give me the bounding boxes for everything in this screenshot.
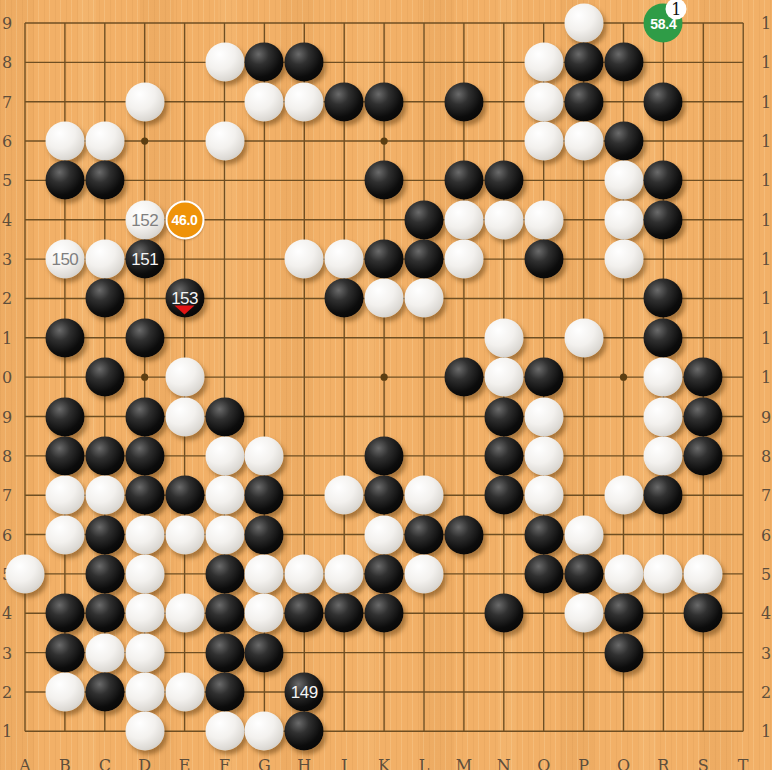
stone-white (125, 633, 164, 672)
stone-black (245, 515, 284, 554)
stone-white (564, 122, 603, 161)
stone-black (285, 594, 324, 633)
stone-black: 153 (165, 279, 204, 318)
stone-white (684, 554, 723, 593)
stone-white (604, 240, 643, 279)
coord-label-bottom: A (19, 756, 31, 770)
coord-label-bottom: H (297, 756, 311, 770)
coord-label-right: 2 (761, 682, 771, 701)
stone-white (45, 515, 84, 554)
ai-suggestion-marker[interactable]: 46.0 (165, 200, 204, 239)
stone-black (365, 594, 404, 633)
stone-black (444, 161, 483, 200)
stone-black (484, 397, 523, 436)
stone-white (644, 554, 683, 593)
stone-white (85, 476, 124, 515)
stone-black (684, 436, 723, 475)
stone-white (644, 358, 683, 397)
stone-black (644, 279, 683, 318)
stone-black (405, 240, 444, 279)
stone-white (444, 200, 483, 239)
stone-black (644, 476, 683, 515)
stone-black (365, 554, 404, 593)
coord-label-bottom: Q (617, 756, 630, 770)
stone-white (205, 476, 244, 515)
stone-white (604, 554, 643, 593)
stone-black (205, 633, 244, 672)
stone-black (524, 240, 563, 279)
stone-black (365, 436, 404, 475)
stone-white (524, 82, 563, 121)
stone-white (405, 476, 444, 515)
coord-label-left: 9 (2, 407, 12, 426)
stone-white (564, 515, 603, 554)
stone-white (205, 122, 244, 161)
stone-black (325, 594, 364, 633)
stone-white (644, 436, 683, 475)
coord-label-bottom: D (138, 756, 151, 770)
stone-black (365, 82, 404, 121)
coord-label-right: 1 (761, 210, 771, 229)
coord-label-right: 1 (761, 289, 771, 308)
star-point (381, 374, 388, 381)
coord-label-left: 6 (2, 132, 12, 151)
coord-label-left: 8 (2, 446, 12, 465)
coord-label-bottom: T (738, 756, 749, 770)
move-number-label: 153 (171, 290, 198, 307)
stone-white (524, 43, 563, 82)
stone-white (365, 279, 404, 318)
stone-white (285, 82, 324, 121)
stone-white (85, 633, 124, 672)
stone-black (85, 554, 124, 593)
stone-black (45, 633, 84, 672)
stone-white (205, 712, 244, 751)
stone-white (524, 476, 563, 515)
stone-white (125, 712, 164, 751)
stone-white (125, 554, 164, 593)
stone-black (45, 161, 84, 200)
stone-black (85, 279, 124, 318)
stone-black (85, 161, 124, 200)
stone-white (564, 594, 603, 633)
stone-white (524, 122, 563, 161)
stone-black (644, 161, 683, 200)
coord-label-right: 1 (761, 92, 771, 111)
coord-label-bottom: E (179, 756, 191, 770)
stone-white: 150 (45, 240, 84, 279)
move-number-label: 152 (131, 211, 158, 228)
stone-white (165, 672, 204, 711)
stone-black (484, 594, 523, 633)
coord-label-right: 7 (761, 486, 771, 505)
coord-label-left: 1 (2, 328, 12, 347)
stone-white (564, 318, 603, 357)
stone-white (245, 554, 284, 593)
coord-label-right: 1 (761, 250, 771, 269)
stone-black (365, 240, 404, 279)
stone-black (85, 436, 124, 475)
stone-white (85, 240, 124, 279)
stone-white (45, 476, 84, 515)
stone-black (245, 633, 284, 672)
coord-label-left: 4 (2, 210, 12, 229)
coord-label-right: 5 (761, 564, 771, 583)
stone-black (604, 122, 643, 161)
coord-label-bottom: O (537, 756, 550, 770)
coord-label-right: 8 (761, 446, 771, 465)
coord-label-bottom: J (341, 756, 347, 770)
star-point (141, 374, 148, 381)
stone-white (604, 161, 643, 200)
coord-label-right: 3 (761, 643, 771, 662)
stone-white (405, 279, 444, 318)
stone-black (205, 397, 244, 436)
coord-label-left: 7 (2, 92, 12, 111)
stone-white (245, 594, 284, 633)
stone-black (684, 594, 723, 633)
stone-white (85, 122, 124, 161)
stone-black (524, 554, 563, 593)
stone-black: 151 (125, 240, 164, 279)
stone-black (524, 515, 563, 554)
coord-label-left: 3 (2, 643, 12, 662)
stone-black (205, 672, 244, 711)
coord-label-left: 6 (2, 525, 12, 544)
stone-white (444, 240, 483, 279)
stone-white (604, 476, 643, 515)
stone-white (325, 240, 364, 279)
stone-white (165, 515, 204, 554)
stone-black (444, 358, 483, 397)
stone-white (524, 200, 563, 239)
stone-white (205, 436, 244, 475)
coord-label-right: 1 (761, 14, 771, 33)
stone-white (205, 515, 244, 554)
coord-label-left: 2 (2, 289, 12, 308)
coord-label-right: 1 (761, 53, 771, 72)
star-point (381, 137, 388, 144)
stone-black (45, 436, 84, 475)
stone-white (604, 200, 643, 239)
coord-label-bottom: R (657, 756, 669, 770)
stone-white (644, 397, 683, 436)
stone-white (365, 515, 404, 554)
coord-label-right: 4 (761, 604, 771, 623)
coord-label-right: 1 (761, 722, 771, 741)
stone-white (524, 397, 563, 436)
stone-white (125, 594, 164, 633)
stone-black (405, 200, 444, 239)
stone-black (325, 82, 364, 121)
coord-label-left: 1 (2, 722, 12, 741)
coord-label-bottom: L (419, 756, 430, 770)
stone-black (365, 161, 404, 200)
coord-label-left: 5 (2, 171, 12, 190)
stone-black (285, 43, 324, 82)
star-point (141, 137, 148, 144)
stone-white (125, 515, 164, 554)
stone-black (684, 397, 723, 436)
stone-black (85, 515, 124, 554)
stone-black: 149 (285, 672, 324, 711)
star-point (620, 374, 627, 381)
stone-white (524, 436, 563, 475)
stone-white (405, 554, 444, 593)
stone-white (285, 240, 324, 279)
coord-label-left: 9 (2, 14, 12, 33)
stone-white (325, 476, 364, 515)
stone-black (285, 712, 324, 751)
coord-label-right: 9 (761, 407, 771, 426)
stone-black (205, 594, 244, 633)
stone-white (484, 200, 523, 239)
coord-label-bottom: N (497, 756, 511, 770)
stone-black (444, 82, 483, 121)
coord-label-bottom: C (99, 756, 111, 770)
stone-white (125, 672, 164, 711)
coord-label-right: 1 (761, 132, 771, 151)
stone-black (564, 82, 603, 121)
stone-white (245, 712, 284, 751)
stone-white (45, 122, 84, 161)
stone-black (125, 476, 164, 515)
coord-label-right: 1 (761, 328, 771, 347)
stone-white (564, 4, 603, 43)
coord-label-bottom: M (456, 756, 472, 770)
stone-black (644, 82, 683, 121)
coord-label-bottom: F (219, 756, 230, 770)
stone-black (45, 318, 84, 357)
stone-white: 152 (125, 200, 164, 239)
coord-label-left: 2 (2, 682, 12, 701)
stone-black (604, 43, 643, 82)
coord-label-left: 7 (2, 486, 12, 505)
stone-black (245, 43, 284, 82)
stone-black (85, 358, 124, 397)
coord-label-bottom: K (378, 756, 390, 770)
stone-black (604, 594, 643, 633)
stone-black (125, 436, 164, 475)
stone-black (325, 279, 364, 318)
stone-white (245, 436, 284, 475)
stone-white (165, 594, 204, 633)
move-number-label: 149 (291, 683, 318, 700)
stone-white (45, 672, 84, 711)
stone-black (205, 554, 244, 593)
stone-white (205, 43, 244, 82)
stone-black (125, 397, 164, 436)
stone-black (604, 633, 643, 672)
stone-black (484, 161, 523, 200)
stone-white (125, 82, 164, 121)
stone-black (564, 554, 603, 593)
move-number-label: 151 (131, 251, 158, 268)
stone-white (285, 554, 324, 593)
stone-black (644, 318, 683, 357)
stone-black (165, 476, 204, 515)
stone-black (644, 200, 683, 239)
stone-black (484, 436, 523, 475)
stone-black (365, 476, 404, 515)
stone-black (484, 476, 523, 515)
stone-white (484, 318, 523, 357)
coord-label-right: 1 (761, 368, 771, 387)
stone-black (85, 672, 124, 711)
coord-label-bottom: G (258, 756, 271, 770)
coord-label-bottom: B (59, 756, 71, 770)
coord-label-bottom: S (698, 756, 709, 770)
go-board[interactable]: ABCDEFGHJKLMNOPQRST987654321098765432111… (0, 0, 772, 770)
stone-black (45, 397, 84, 436)
move-number-label: 150 (51, 251, 78, 268)
stone-white (325, 554, 364, 593)
stone-black (684, 358, 723, 397)
stone-white (165, 358, 204, 397)
stone-white (165, 397, 204, 436)
stone-black (405, 515, 444, 554)
stone-black (245, 476, 284, 515)
stone-black (564, 43, 603, 82)
stone-black (85, 594, 124, 633)
stone-white (6, 554, 45, 593)
stone-black (125, 318, 164, 357)
coord-label-left: 0 (2, 368, 12, 387)
coord-label-left: 8 (2, 53, 12, 72)
coord-label-right: 1 (761, 171, 771, 190)
last-move-red-triangle-icon (175, 306, 195, 315)
coord-label-left: 4 (2, 604, 12, 623)
coord-label-bottom: P (578, 756, 589, 770)
stone-white (484, 358, 523, 397)
stone-black (444, 515, 483, 554)
coord-label-left: 3 (2, 250, 12, 269)
stone-black (45, 594, 84, 633)
stone-black (524, 358, 563, 397)
coord-label-right: 6 (761, 525, 771, 544)
stone-white (245, 82, 284, 121)
